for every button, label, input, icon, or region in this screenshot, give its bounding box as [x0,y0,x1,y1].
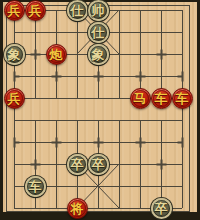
piece-red-soldier[interactable]: 兵 [4,88,25,109]
piece-red-chariot[interactable]: 车 [172,88,193,109]
red-horse-glyph: 马 [131,89,150,109]
red-chariot-glyph: 车 [173,89,192,109]
bronze-advisor-glyph: 仕 [69,2,86,20]
piece-red-general[interactable]: 将 [67,198,88,219]
piece-red-horse[interactable]: 马 [130,88,151,109]
red-soldier-glyph: 兵 [5,89,24,109]
bronze-general-glyph: 帅 [90,2,107,20]
piece-bronze-elephant[interactable]: 象 [88,44,109,65]
red-chariot-glyph: 车 [152,89,171,109]
xiangqi-app-window: 兵兵仕帅仕象炮象兵马车车卒卒车将卒 [0,0,200,220]
piece-bronze-general[interactable]: 帅 [88,0,109,21]
piece-bronze-elephant[interactable]: 象 [4,44,25,65]
piece-bronze-soldier[interactable]: 卒 [88,154,109,175]
piece-bronze-soldier[interactable]: 卒 [67,154,88,175]
red-cannon-glyph: 炮 [47,45,66,65]
bronze-soldier-glyph: 卒 [69,156,86,174]
piece-bronze-advisor[interactable]: 仕 [67,0,88,21]
pieces-layer: 兵兵仕帅仕象炮象兵马车车卒卒车将卒 [0,0,200,220]
bronze-elephant-glyph: 象 [90,46,107,64]
bronze-elephant-glyph: 象 [6,46,23,64]
bronze-chariot-glyph: 车 [27,178,44,196]
piece-bronze-soldier[interactable]: 卒 [151,198,172,219]
piece-red-soldier[interactable]: 兵 [25,0,46,21]
red-general-glyph: 将 [68,199,87,219]
piece-red-soldier[interactable]: 兵 [4,0,25,21]
piece-bronze-chariot[interactable]: 车 [25,176,46,197]
board-surface[interactable]: 兵兵仕帅仕象炮象兵马车车卒卒车将卒 [3,2,197,212]
bronze-soldier-glyph: 卒 [90,156,107,174]
red-soldier-glyph: 兵 [26,1,45,21]
piece-bronze-advisor[interactable]: 仕 [88,22,109,43]
red-soldier-glyph: 兵 [5,1,24,21]
piece-red-chariot[interactable]: 车 [151,88,172,109]
bronze-soldier-glyph: 卒 [153,200,170,218]
piece-red-cannon[interactable]: 炮 [46,44,67,65]
bronze-advisor-glyph: 仕 [90,24,107,42]
